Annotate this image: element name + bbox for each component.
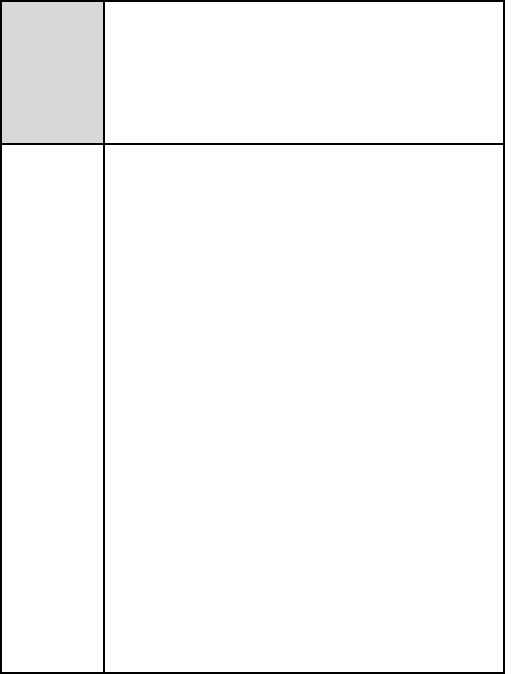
clue-board-separator (0, 143, 505, 145)
top-clues (104, 0, 504, 144)
right-watermark-strip (505, 0, 522, 674)
frame-line (0, 0, 2, 672)
left-clues (0, 144, 104, 672)
frame-line (0, 0, 522, 2)
corner-watermark-text (0, 0, 105, 145)
puzzle-board (104, 144, 504, 672)
nonogram-puzzle (0, 0, 522, 674)
clue-board-separator (103, 0, 105, 672)
corner-watermark (0, 0, 105, 145)
